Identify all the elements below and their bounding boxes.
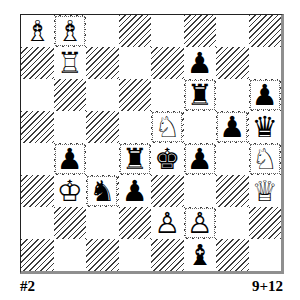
black-rook-icon: ♜ xyxy=(120,144,150,174)
square-f8 xyxy=(184,15,217,47)
square-a7 xyxy=(21,47,54,79)
square-g2 xyxy=(216,207,249,239)
black-pawn-icon: ♟ xyxy=(185,144,215,174)
square-g7 xyxy=(216,47,249,79)
white-pawn-icon: ♙ xyxy=(154,209,180,238)
square-c4 xyxy=(86,143,119,175)
square-a5 xyxy=(21,111,54,143)
white-queen-icon: ♕ xyxy=(252,177,278,206)
white-knight-icon: ♘ xyxy=(152,112,182,142)
square-a6 xyxy=(21,79,54,111)
white-bishop-icon: ♗ xyxy=(24,17,50,46)
square-b4: ♟ xyxy=(54,143,87,175)
square-h6: ♟ xyxy=(249,79,282,111)
square-f3 xyxy=(184,175,217,207)
black-pawn-icon: ♟ xyxy=(250,80,280,110)
square-f1: ♝ xyxy=(184,239,217,271)
black-queen-icon: ♛ xyxy=(252,113,278,142)
square-e5: ♘ xyxy=(151,111,184,143)
chess-problem-page: ♗♗♖♟♜♟♘♟♛♟♜♚♟♘♔♞♟♕♙♙♝ #2 9+12 xyxy=(0,0,300,300)
square-b7: ♖ xyxy=(54,47,87,79)
square-c2 xyxy=(86,207,119,239)
black-knight-icon: ♞ xyxy=(87,176,117,206)
square-c7 xyxy=(86,47,119,79)
square-a8: ♗ xyxy=(21,15,54,47)
square-e7 xyxy=(151,47,184,79)
square-g6 xyxy=(216,79,249,111)
square-f2: ♙ xyxy=(184,207,217,239)
square-e8 xyxy=(151,15,184,47)
square-e1 xyxy=(151,239,184,271)
square-h5: ♛ xyxy=(249,111,282,143)
square-d2 xyxy=(119,207,152,239)
square-e4: ♚ xyxy=(151,143,184,175)
square-h1 xyxy=(249,239,282,271)
square-h7 xyxy=(249,47,282,79)
square-b3: ♔ xyxy=(54,175,87,207)
square-c3: ♞ xyxy=(86,175,119,207)
board-frame: ♗♗♖♟♜♟♘♟♛♟♜♚♟♘♔♞♟♕♙♙♝ xyxy=(20,14,284,274)
square-f5 xyxy=(184,111,217,143)
square-d7 xyxy=(119,47,152,79)
square-b6 xyxy=(54,79,87,111)
square-g3 xyxy=(216,175,249,207)
white-rook-icon: ♖ xyxy=(57,49,83,78)
square-a3 xyxy=(21,175,54,207)
square-d8 xyxy=(119,15,152,47)
square-d1 xyxy=(119,239,152,271)
square-f4: ♟ xyxy=(184,143,217,175)
square-c8 xyxy=(86,15,119,47)
square-c5 xyxy=(86,111,119,143)
square-c1 xyxy=(86,239,119,271)
square-c6 xyxy=(86,79,119,111)
square-h3: ♕ xyxy=(249,175,282,207)
square-a4 xyxy=(21,143,54,175)
square-e2: ♙ xyxy=(151,207,184,239)
caption: #2 9+12 xyxy=(20,278,283,295)
square-g8 xyxy=(216,15,249,47)
square-d3: ♟ xyxy=(119,175,152,207)
square-h4: ♘ xyxy=(249,143,282,175)
square-h8 xyxy=(249,15,282,47)
square-b2 xyxy=(54,207,87,239)
square-a2 xyxy=(21,207,54,239)
white-king-icon: ♔ xyxy=(57,177,83,206)
black-king-icon: ♚ xyxy=(154,145,180,174)
square-d6 xyxy=(119,79,152,111)
stipulation-label: #2 xyxy=(20,278,35,295)
black-pawn-icon: ♟ xyxy=(55,144,85,174)
white-knight-icon: ♘ xyxy=(250,144,280,174)
square-d5 xyxy=(119,111,152,143)
square-d4: ♜ xyxy=(119,143,152,175)
square-f6: ♜ xyxy=(184,79,217,111)
square-b8: ♗ xyxy=(54,15,87,47)
board: ♗♗♖♟♜♟♘♟♛♟♜♚♟♘♔♞♟♕♙♙♝ xyxy=(21,15,281,271)
square-h2 xyxy=(249,207,282,239)
square-e6 xyxy=(151,79,184,111)
white-pawn-icon: ♙ xyxy=(185,208,215,238)
black-pawn-icon: ♟ xyxy=(217,112,247,142)
square-a1 xyxy=(21,239,54,271)
black-pawn-icon: ♟ xyxy=(187,49,213,78)
square-f7: ♟ xyxy=(184,47,217,79)
piece-count-label: 9+12 xyxy=(252,278,283,295)
square-b5 xyxy=(54,111,87,143)
white-bishop-icon: ♗ xyxy=(55,16,85,46)
black-pawn-icon: ♟ xyxy=(122,177,148,206)
square-e3 xyxy=(151,175,184,207)
square-b1 xyxy=(54,239,87,271)
square-g1 xyxy=(216,239,249,271)
black-bishop-icon: ♝ xyxy=(187,241,213,270)
square-g5: ♟ xyxy=(216,111,249,143)
square-g4 xyxy=(216,143,249,175)
black-rook-icon: ♜ xyxy=(185,80,215,110)
